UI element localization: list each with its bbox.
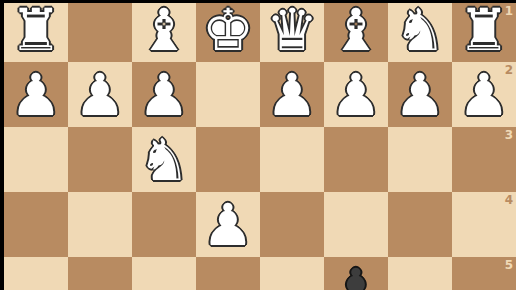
square-h4[interactable]: [4, 192, 68, 257]
square-e5[interactable]: [196, 257, 260, 290]
square-b2[interactable]: ♟: [388, 62, 452, 127]
square-h2[interactable]: ♟: [4, 62, 68, 127]
white-pawn-e4[interactable]: ♟: [202, 196, 254, 254]
square-c4[interactable]: [324, 192, 388, 257]
white-pawn-g2[interactable]: ♟: [74, 66, 126, 124]
square-e3[interactable]: [196, 127, 260, 192]
square-g3[interactable]: [68, 127, 132, 192]
black-pawn-c5[interactable]: ♟: [330, 261, 382, 290]
white-rook-a1[interactable]: ♜: [458, 3, 510, 59]
square-d5[interactable]: [260, 257, 324, 290]
rank-label-5: 5: [505, 259, 513, 271]
square-a4[interactable]: 4: [452, 192, 516, 257]
rank-label-1: 1: [505, 5, 513, 17]
rank-label-2: 2: [505, 64, 513, 76]
square-c3[interactable]: [324, 127, 388, 192]
square-b4[interactable]: [388, 192, 452, 257]
square-a2[interactable]: ♟2: [452, 62, 516, 127]
square-a5[interactable]: 5: [452, 257, 516, 290]
rank-label-3: 3: [505, 129, 513, 141]
white-pawn-a2[interactable]: ♟: [458, 66, 510, 124]
square-d2[interactable]: ♟: [260, 62, 324, 127]
white-pawn-f2[interactable]: ♟: [138, 66, 190, 124]
square-b3[interactable]: [388, 127, 452, 192]
square-h5[interactable]: [4, 257, 68, 290]
white-knight-b1[interactable]: ♞: [394, 3, 446, 59]
square-g2[interactable]: ♟: [68, 62, 132, 127]
chess-board-screenshot: ♜♝♚♛♝♞♜1♟♟♟♟♟♟♟2♞3♟4♟5: [0, 0, 516, 290]
white-knight-f3[interactable]: ♞: [138, 131, 190, 189]
square-a3[interactable]: 3: [452, 127, 516, 192]
square-d3[interactable]: [260, 127, 324, 192]
white-bishop-c1[interactable]: ♝: [330, 3, 382, 59]
square-f3[interactable]: ♞: [132, 127, 196, 192]
square-e1[interactable]: ♚: [196, 3, 260, 62]
square-h3[interactable]: [4, 127, 68, 192]
white-bishop-f1[interactable]: ♝: [138, 3, 190, 59]
square-f1[interactable]: ♝: [132, 3, 196, 62]
square-e4[interactable]: ♟: [196, 192, 260, 257]
white-pawn-c2[interactable]: ♟: [330, 66, 382, 124]
white-pawn-b2[interactable]: ♟: [394, 66, 446, 124]
rank-label-4: 4: [505, 194, 513, 206]
square-g4[interactable]: [68, 192, 132, 257]
square-g1[interactable]: [68, 3, 132, 62]
square-d1[interactable]: ♛: [260, 3, 324, 62]
square-f4[interactable]: [132, 192, 196, 257]
square-c5[interactable]: ♟: [324, 257, 388, 290]
square-d4[interactable]: [260, 192, 324, 257]
square-h1[interactable]: ♜: [4, 3, 68, 62]
square-c1[interactable]: ♝: [324, 3, 388, 62]
white-rook-h1[interactable]: ♜: [10, 3, 62, 59]
square-a1[interactable]: ♜1: [452, 3, 516, 62]
chess-board: ♜♝♚♛♝♞♜1♟♟♟♟♟♟♟2♞3♟4♟5: [4, 3, 516, 290]
white-pawn-h2[interactable]: ♟: [10, 66, 62, 124]
square-f5[interactable]: [132, 257, 196, 290]
square-g5[interactable]: [68, 257, 132, 290]
square-e2[interactable]: [196, 62, 260, 127]
square-b1[interactable]: ♞: [388, 3, 452, 62]
white-pawn-d2[interactable]: ♟: [266, 66, 318, 124]
square-b5[interactable]: [388, 257, 452, 290]
white-queen-d1[interactable]: ♛: [266, 3, 318, 59]
white-king-e1[interactable]: ♚: [202, 3, 254, 59]
square-f2[interactable]: ♟: [132, 62, 196, 127]
square-c2[interactable]: ♟: [324, 62, 388, 127]
